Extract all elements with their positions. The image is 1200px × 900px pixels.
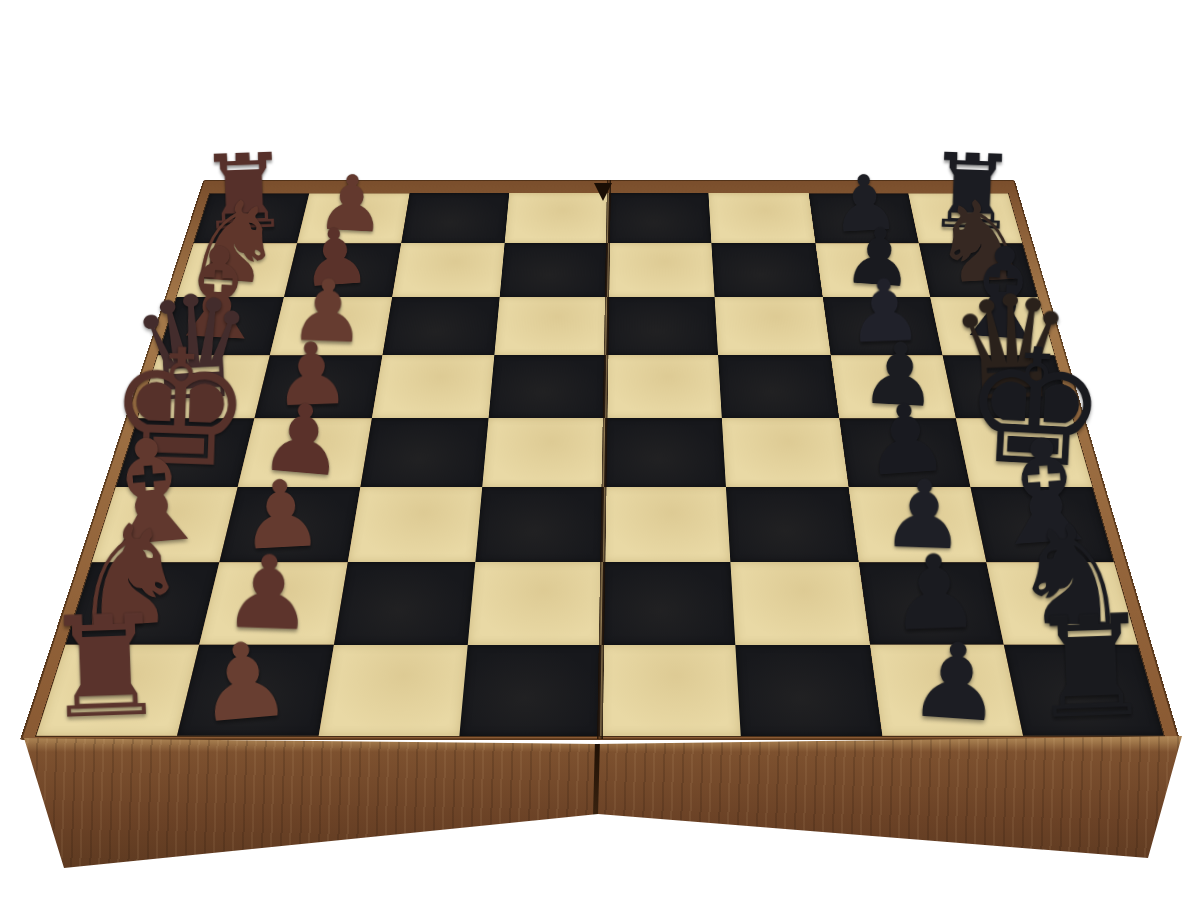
white-rook: ♜: [40, 598, 170, 735]
square-b3: [392, 243, 505, 297]
black-pawn: ♟: [906, 630, 1007, 736]
square-d6: [718, 355, 839, 418]
square-g4: [468, 562, 603, 645]
hinge-notch: [594, 183, 612, 201]
square-d5: [605, 355, 722, 418]
wooden-board-tray: ♜♟♟♜♞♟♟♞♝♟♟♝♛♟♟♛♚♟♟♚♝♟♟♝♞♟♟♞♜♟♟♜: [20, 180, 1180, 740]
square-g3: [333, 562, 475, 645]
square-e3: [360, 418, 488, 487]
square-a5: [608, 193, 712, 243]
square-a6: [709, 193, 816, 243]
square-g6: [731, 562, 870, 645]
square-h8: ♜: [1004, 645, 1164, 736]
square-h5: [600, 645, 741, 736]
square-d4: [488, 355, 606, 418]
square-g5: [602, 562, 736, 645]
square-d3: [371, 355, 494, 418]
white-pawn: ♟: [192, 630, 294, 737]
square-h4: [459, 645, 601, 736]
square-e5: [604, 418, 726, 487]
square-b5: [607, 243, 715, 297]
black-rook: ♜: [1026, 598, 1156, 735]
square-h1: ♜: [36, 645, 199, 736]
box-front-seam: [593, 738, 600, 818]
square-h2: ♟: [177, 645, 333, 736]
square-f6: [726, 487, 858, 562]
square-h6: [736, 645, 882, 736]
square-c6: [715, 297, 831, 355]
chess-set-photo: ♜♟♟♜♞♟♟♞♝♟♟♝♛♟♟♛♚♟♟♚♝♟♟♝♞♟♟♞♜♟♟♜: [0, 0, 1200, 900]
square-a3: [401, 193, 509, 243]
square-h3: [318, 645, 467, 736]
square-c5: [606, 297, 718, 355]
square-e4: [482, 418, 605, 487]
square-b4: [499, 243, 608, 297]
square-c4: [494, 297, 607, 355]
square-h7: ♟: [870, 645, 1023, 736]
square-c3: [382, 297, 499, 355]
square-f5: [603, 487, 731, 562]
square-b6: [712, 243, 823, 297]
square-f3: [347, 487, 482, 562]
square-e6: [722, 418, 848, 487]
square-f4: [475, 487, 604, 562]
